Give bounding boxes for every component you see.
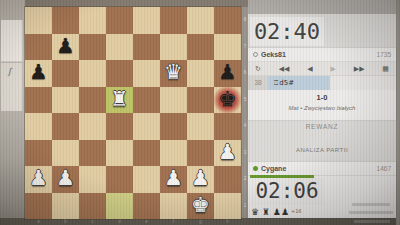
square-b6[interactable] [52, 60, 79, 87]
player-clock: 02:06 [250, 178, 324, 205]
square-e8[interactable] [133, 7, 160, 34]
step-back-icon[interactable]: ◀ [307, 62, 312, 76]
white-pawn-b2: ♟ [52, 166, 79, 193]
square-d4[interactable] [106, 113, 133, 140]
square-g2[interactable]: ♟ [187, 166, 214, 193]
rank-coordinates: 87654321 [242, 7, 249, 219]
white-pawn-a2: ♟ [25, 166, 52, 193]
square-f3[interactable] [160, 140, 187, 167]
square-e6[interactable] [133, 60, 160, 87]
rank-label-7: 7 [242, 34, 249, 61]
square-h5[interactable]: ♚ [214, 87, 241, 114]
square-h4[interactable] [214, 113, 241, 140]
photo-right-edge [396, 0, 400, 225]
square-b8[interactable] [52, 7, 79, 34]
square-f8[interactable] [160, 7, 187, 34]
rank-label-4: 4 [242, 113, 249, 140]
square-b5[interactable] [52, 87, 79, 114]
skip-start-icon[interactable]: ◀◀ [279, 62, 290, 76]
background-window-edge [1, 20, 23, 62]
square-b3[interactable] [52, 140, 79, 167]
square-g5[interactable] [187, 87, 214, 114]
square-d6[interactable] [106, 60, 133, 87]
result-description: Mat • Zwycięstwo białych [248, 103, 396, 116]
square-f6[interactable]: ♛ [160, 60, 187, 87]
square-g1[interactable]: ♚ [187, 193, 214, 220]
square-g6[interactable] [187, 60, 214, 87]
step-forward-icon[interactable]: ▶ [331, 62, 336, 76]
opponent-clock: 02:40 [250, 17, 324, 46]
opponent-rating: 1735 [377, 51, 391, 58]
square-f7[interactable] [160, 34, 187, 61]
square-c5[interactable] [79, 87, 106, 114]
file-label-b: b [52, 218, 79, 225]
file-label-d: d [106, 218, 133, 225]
square-g3[interactable] [187, 140, 214, 167]
square-c4[interactable] [79, 113, 106, 140]
black-pawn-a6: ♟ [25, 60, 52, 87]
square-a2[interactable]: ♟ [25, 166, 52, 193]
square-h2[interactable] [214, 166, 241, 193]
square-c3[interactable] [79, 140, 106, 167]
move-list-row: 38 ♖d5# [248, 76, 396, 90]
material-advantage: +16 [291, 208, 302, 214]
white-queen-f6: ♛ [160, 60, 187, 87]
square-e1[interactable] [133, 193, 160, 220]
square-d5[interactable]: ♜ [106, 87, 133, 114]
square-d8[interactable] [106, 7, 133, 34]
square-b2[interactable]: ♟ [52, 166, 79, 193]
black-king-h5: ♚ [214, 87, 241, 114]
move-number: 38 [248, 76, 268, 90]
opponent-player-row[interactable]: Geks81 1735 [248, 48, 396, 62]
white-king-g1: ♚ [187, 193, 214, 220]
square-c8[interactable] [79, 7, 106, 34]
square-a1[interactable] [25, 193, 52, 220]
square-a4[interactable] [25, 113, 52, 140]
square-f4[interactable] [160, 113, 187, 140]
rematch-button[interactable]: REWANŻ [248, 118, 396, 133]
square-c6[interactable] [79, 60, 106, 87]
square-e4[interactable] [133, 113, 160, 140]
square-h1[interactable] [214, 193, 241, 220]
player-rating: 1467 [377, 165, 391, 172]
square-d1[interactable] [106, 193, 133, 220]
rank-label-3: 3 [242, 140, 249, 167]
captured-pieces: ♛ ♜ ♟♟+16 [251, 205, 302, 217]
square-e5[interactable] [133, 87, 160, 114]
rank-label-6: 6 [242, 60, 249, 87]
chess-board[interactable]: ♟♟♛♟♜♚♟♟♟♟♟♚ [25, 7, 241, 219]
square-g8[interactable] [187, 7, 214, 34]
square-g7[interactable] [187, 34, 214, 61]
square-b1[interactable] [52, 193, 79, 220]
player-row[interactable]: Cygane 1467 [248, 162, 396, 176]
rank-label-5: 5 [242, 87, 249, 114]
square-f1[interactable] [160, 193, 187, 220]
background-window-edge-lower [1, 63, 23, 111]
file-label-e: e [133, 218, 160, 225]
white-rook-d5: ♜ [106, 87, 133, 114]
square-f5[interactable] [160, 87, 187, 114]
replay-toolbar: ↻ ◀◀ ◀ ▶ ▶▶ ▦ [248, 62, 396, 76]
white-pawn-g2: ♟ [187, 166, 214, 193]
square-d7[interactable] [106, 34, 133, 61]
square-a5[interactable] [25, 87, 52, 114]
square-c1[interactable] [79, 193, 106, 220]
white-pawn-h3: ♟ [214, 140, 241, 167]
square-c2[interactable] [79, 166, 106, 193]
square-h7[interactable] [214, 34, 241, 61]
analysis-board-icon[interactable]: ▦ [382, 62, 389, 76]
player-name[interactable]: Cygane [261, 165, 286, 172]
faint-chat-text-line [354, 220, 390, 223]
selected-move[interactable]: ♖d5# [268, 76, 330, 90]
game-result: 1-0 [248, 90, 396, 103]
square-b4[interactable] [52, 113, 79, 140]
square-e3[interactable] [133, 140, 160, 167]
captured-piece-glyphs: ♛ ♜ ♟♟ [251, 207, 289, 217]
board-top-margin [25, 0, 248, 7]
rank-label-8: 8 [242, 7, 249, 34]
cycle-icon[interactable]: ↻ [255, 62, 261, 76]
faint-chat-text-line [349, 211, 393, 214]
square-h8[interactable] [214, 7, 241, 34]
skip-end-icon[interactable]: ▶▶ [354, 62, 365, 76]
faint-chat-text-line [352, 203, 390, 206]
file-label-c: c [79, 218, 106, 225]
file-label-g: g [187, 218, 214, 225]
black-pawn-h6: ♟ [214, 60, 241, 87]
square-c7[interactable] [79, 34, 106, 61]
moves-card: Geks81 1735 ↻ ◀◀ ◀ ▶ ▶▶ ▦ 38 ♖d5# 1-0 Ma… [248, 48, 396, 120]
black-pawn-b7: ♟ [52, 34, 79, 61]
file-label-f: f [160, 218, 187, 225]
screen-photo: ʃ ♟♟♛♟♜♚♟♟♟♟♟♚ 87654321 abcdefgh 02:40 G… [0, 0, 400, 225]
square-a8[interactable] [25, 7, 52, 34]
square-d2[interactable] [106, 166, 133, 193]
square-a7[interactable] [25, 34, 52, 61]
rank-label-1: 1 [242, 193, 249, 220]
online-status-icon [253, 166, 258, 171]
file-coordinates: abcdefgh [25, 218, 241, 225]
file-label-a: a [25, 218, 52, 225]
square-g4[interactable] [187, 113, 214, 140]
panel-top-margin [248, 0, 400, 14]
square-e2[interactable] [133, 166, 160, 193]
square-e7[interactable] [133, 34, 160, 61]
opponent-name[interactable]: Geks81 [261, 51, 286, 58]
square-f2[interactable]: ♟ [160, 166, 187, 193]
square-h6[interactable]: ♟ [214, 60, 241, 87]
white-pawn-f2: ♟ [160, 166, 187, 193]
square-a3[interactable] [25, 140, 52, 167]
square-d3[interactable] [106, 140, 133, 167]
offline-status-icon [253, 52, 258, 57]
rank-label-2: 2 [242, 166, 249, 193]
square-b7[interactable]: ♟ [52, 34, 79, 61]
analysis-button[interactable]: ANALIZA PARTII [248, 142, 396, 156]
square-a6[interactable]: ♟ [25, 60, 52, 87]
square-h3[interactable]: ♟ [214, 140, 241, 167]
file-label-h: h [214, 218, 241, 225]
game-side-panel: 02:40 Geks81 1735 ↻ ◀◀ ◀ ▶ ▶▶ ▦ 38 ♖d5# … [248, 14, 396, 218]
